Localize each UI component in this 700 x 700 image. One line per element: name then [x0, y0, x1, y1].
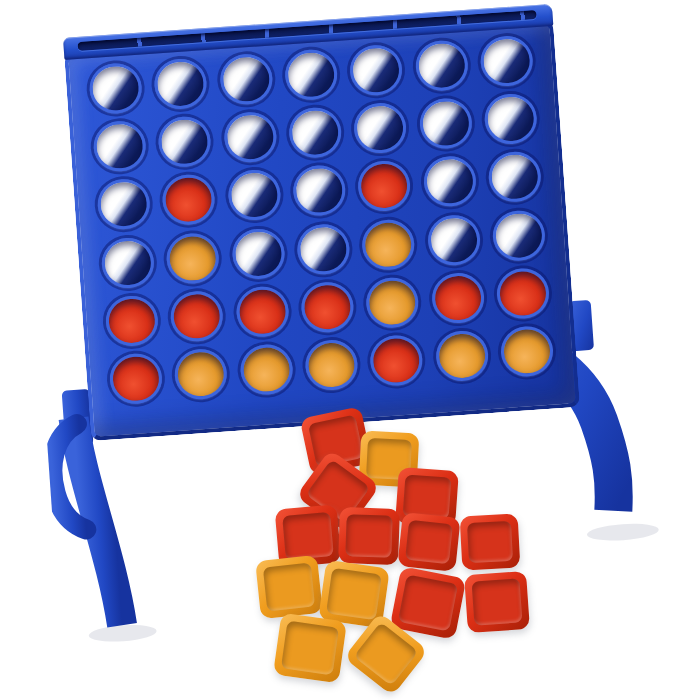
loose-orange-piece: [255, 555, 323, 619]
loose-orange-piece: [273, 613, 347, 684]
piece-recess: [345, 514, 392, 558]
piece-recess: [467, 521, 513, 563]
loose-red-piece: [464, 571, 530, 633]
piece-recess: [398, 574, 458, 631]
loose-pieces-pile: [0, 0, 700, 700]
product-photo-scene: [0, 0, 700, 700]
piece-recess: [263, 563, 315, 612]
piece-recess: [282, 512, 334, 560]
loose-red-piece: [460, 514, 521, 571]
loose-red-piece: [338, 507, 400, 565]
piece-recess: [326, 568, 382, 621]
piece-recess: [354, 622, 419, 686]
loose-red-piece: [397, 512, 460, 572]
piece-recess: [472, 578, 523, 625]
piece-recess: [281, 621, 339, 676]
piece-recess: [405, 520, 453, 564]
